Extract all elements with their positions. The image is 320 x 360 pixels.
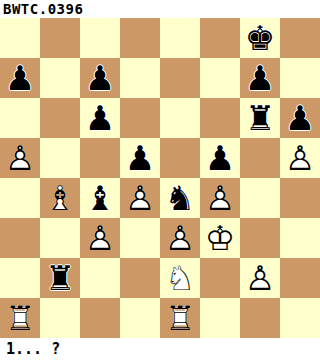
piece-white-pawn: ♟♙: [200, 178, 240, 218]
square-h3[interactable]: [280, 218, 320, 258]
square-c2[interactable]: [80, 258, 120, 298]
black-piece-glyph: ♜: [40, 258, 80, 298]
piece-black-pawn: ♟: [0, 58, 40, 98]
black-piece-glyph: ♟: [200, 138, 240, 178]
square-d8[interactable]: [120, 18, 160, 58]
black-piece-glyph: ♟: [80, 58, 120, 98]
piece-black-bishop: ♝: [80, 178, 120, 218]
square-d2[interactable]: [120, 258, 160, 298]
square-g3[interactable]: [240, 218, 280, 258]
square-f4[interactable]: ♟♙: [200, 178, 240, 218]
square-g8[interactable]: ♚: [240, 18, 280, 58]
square-a1[interactable]: ♜♖: [0, 298, 40, 338]
piece-white-pawn: ♟♙: [0, 138, 40, 178]
square-e4[interactable]: ♞: [160, 178, 200, 218]
square-a3[interactable]: [0, 218, 40, 258]
chess-board: ♚♟♟♟♟♜♟♟♙♟♟♟♙♝♗♝♟♙♞♟♙♟♙♟♙♚♔♜♞♘♟♙♜♖♜♖: [0, 18, 320, 338]
piece-black-pawn: ♟: [80, 58, 120, 98]
square-c3[interactable]: ♟♙: [80, 218, 120, 258]
square-f1[interactable]: [200, 298, 240, 338]
white-piece-outline: ♔: [200, 218, 240, 258]
piece-black-pawn: ♟: [80, 98, 120, 138]
square-c5[interactable]: [80, 138, 120, 178]
black-piece-glyph: ♞: [160, 178, 200, 218]
white-piece-outline: ♙: [0, 138, 40, 178]
piece-black-pawn: ♟: [120, 138, 160, 178]
square-e6[interactable]: [160, 98, 200, 138]
square-c1[interactable]: [80, 298, 120, 338]
square-a7[interactable]: ♟: [0, 58, 40, 98]
square-c6[interactable]: ♟: [80, 98, 120, 138]
square-c8[interactable]: [80, 18, 120, 58]
square-c4[interactable]: ♝: [80, 178, 120, 218]
square-a6[interactable]: [0, 98, 40, 138]
black-piece-glyph: ♟: [280, 98, 320, 138]
square-b2[interactable]: ♜: [40, 258, 80, 298]
square-f6[interactable]: [200, 98, 240, 138]
white-piece-outline: ♘: [160, 258, 200, 298]
white-piece-outline: ♙: [240, 258, 280, 298]
piece-white-king: ♚♔: [200, 218, 240, 258]
square-h1[interactable]: [280, 298, 320, 338]
diagram-title: BWTC.0396: [0, 0, 320, 18]
square-d1[interactable]: [120, 298, 160, 338]
square-b8[interactable]: [40, 18, 80, 58]
square-b6[interactable]: [40, 98, 80, 138]
black-piece-glyph: ♟: [240, 58, 280, 98]
piece-white-pawn: ♟♙: [280, 138, 320, 178]
square-h4[interactable]: [280, 178, 320, 218]
white-piece-outline: ♙: [160, 218, 200, 258]
piece-white-pawn: ♟♙: [120, 178, 160, 218]
black-piece-glyph: ♟: [120, 138, 160, 178]
square-b4[interactable]: ♝♗: [40, 178, 80, 218]
black-piece-glyph: ♟: [0, 58, 40, 98]
square-f8[interactable]: [200, 18, 240, 58]
square-h2[interactable]: [280, 258, 320, 298]
square-e5[interactable]: [160, 138, 200, 178]
white-piece-outline: ♙: [200, 178, 240, 218]
white-piece-outline: ♖: [0, 298, 40, 338]
square-d4[interactable]: ♟♙: [120, 178, 160, 218]
square-d5[interactable]: ♟: [120, 138, 160, 178]
piece-black-pawn: ♟: [280, 98, 320, 138]
square-h8[interactable]: [280, 18, 320, 58]
move-prompt: 1... ?: [0, 338, 320, 360]
piece-white-rook: ♜♖: [160, 298, 200, 338]
square-b5[interactable]: [40, 138, 80, 178]
piece-white-pawn: ♟♙: [80, 218, 120, 258]
square-e1[interactable]: ♜♖: [160, 298, 200, 338]
black-piece-glyph: ♜: [240, 98, 280, 138]
piece-black-rook: ♜: [40, 258, 80, 298]
black-piece-glyph: ♚: [240, 18, 280, 58]
piece-black-rook: ♜: [240, 98, 280, 138]
white-piece-outline: ♖: [160, 298, 200, 338]
square-g7[interactable]: ♟: [240, 58, 280, 98]
piece-white-pawn: ♟♙: [160, 218, 200, 258]
square-e8[interactable]: [160, 18, 200, 58]
white-piece-outline: ♗: [40, 178, 80, 218]
square-g1[interactable]: [240, 298, 280, 338]
square-g6[interactable]: ♜: [240, 98, 280, 138]
square-b1[interactable]: [40, 298, 80, 338]
square-a4[interactable]: [0, 178, 40, 218]
piece-black-knight: ♞: [160, 178, 200, 218]
piece-white-knight: ♞♘: [160, 258, 200, 298]
black-piece-glyph: ♟: [80, 98, 120, 138]
square-e2[interactable]: ♞♘: [160, 258, 200, 298]
white-piece-outline: ♙: [80, 218, 120, 258]
square-d6[interactable]: [120, 98, 160, 138]
piece-black-pawn: ♟: [240, 58, 280, 98]
piece-white-pawn: ♟♙: [240, 258, 280, 298]
square-g2[interactable]: ♟♙: [240, 258, 280, 298]
square-h6[interactable]: ♟: [280, 98, 320, 138]
square-a8[interactable]: [0, 18, 40, 58]
piece-white-rook: ♜♖: [0, 298, 40, 338]
square-f2[interactable]: [200, 258, 240, 298]
square-f7[interactable]: [200, 58, 240, 98]
square-h5[interactable]: ♟♙: [280, 138, 320, 178]
square-f5[interactable]: ♟: [200, 138, 240, 178]
piece-black-king: ♚: [240, 18, 280, 58]
square-d7[interactable]: [120, 58, 160, 98]
square-f3[interactable]: ♚♔: [200, 218, 240, 258]
square-a2[interactable]: [0, 258, 40, 298]
piece-black-pawn: ♟: [200, 138, 240, 178]
black-piece-glyph: ♝: [80, 178, 120, 218]
square-e7[interactable]: [160, 58, 200, 98]
square-a5[interactable]: ♟♙: [0, 138, 40, 178]
square-b7[interactable]: [40, 58, 80, 98]
square-g4[interactable]: [240, 178, 280, 218]
square-c7[interactable]: ♟: [80, 58, 120, 98]
square-b3[interactable]: [40, 218, 80, 258]
square-e3[interactable]: ♟♙: [160, 218, 200, 258]
square-g5[interactable]: [240, 138, 280, 178]
square-h7[interactable]: [280, 58, 320, 98]
square-d3[interactable]: [120, 218, 160, 258]
white-piece-outline: ♙: [280, 138, 320, 178]
piece-white-bishop: ♝♗: [40, 178, 80, 218]
white-piece-outline: ♙: [120, 178, 160, 218]
